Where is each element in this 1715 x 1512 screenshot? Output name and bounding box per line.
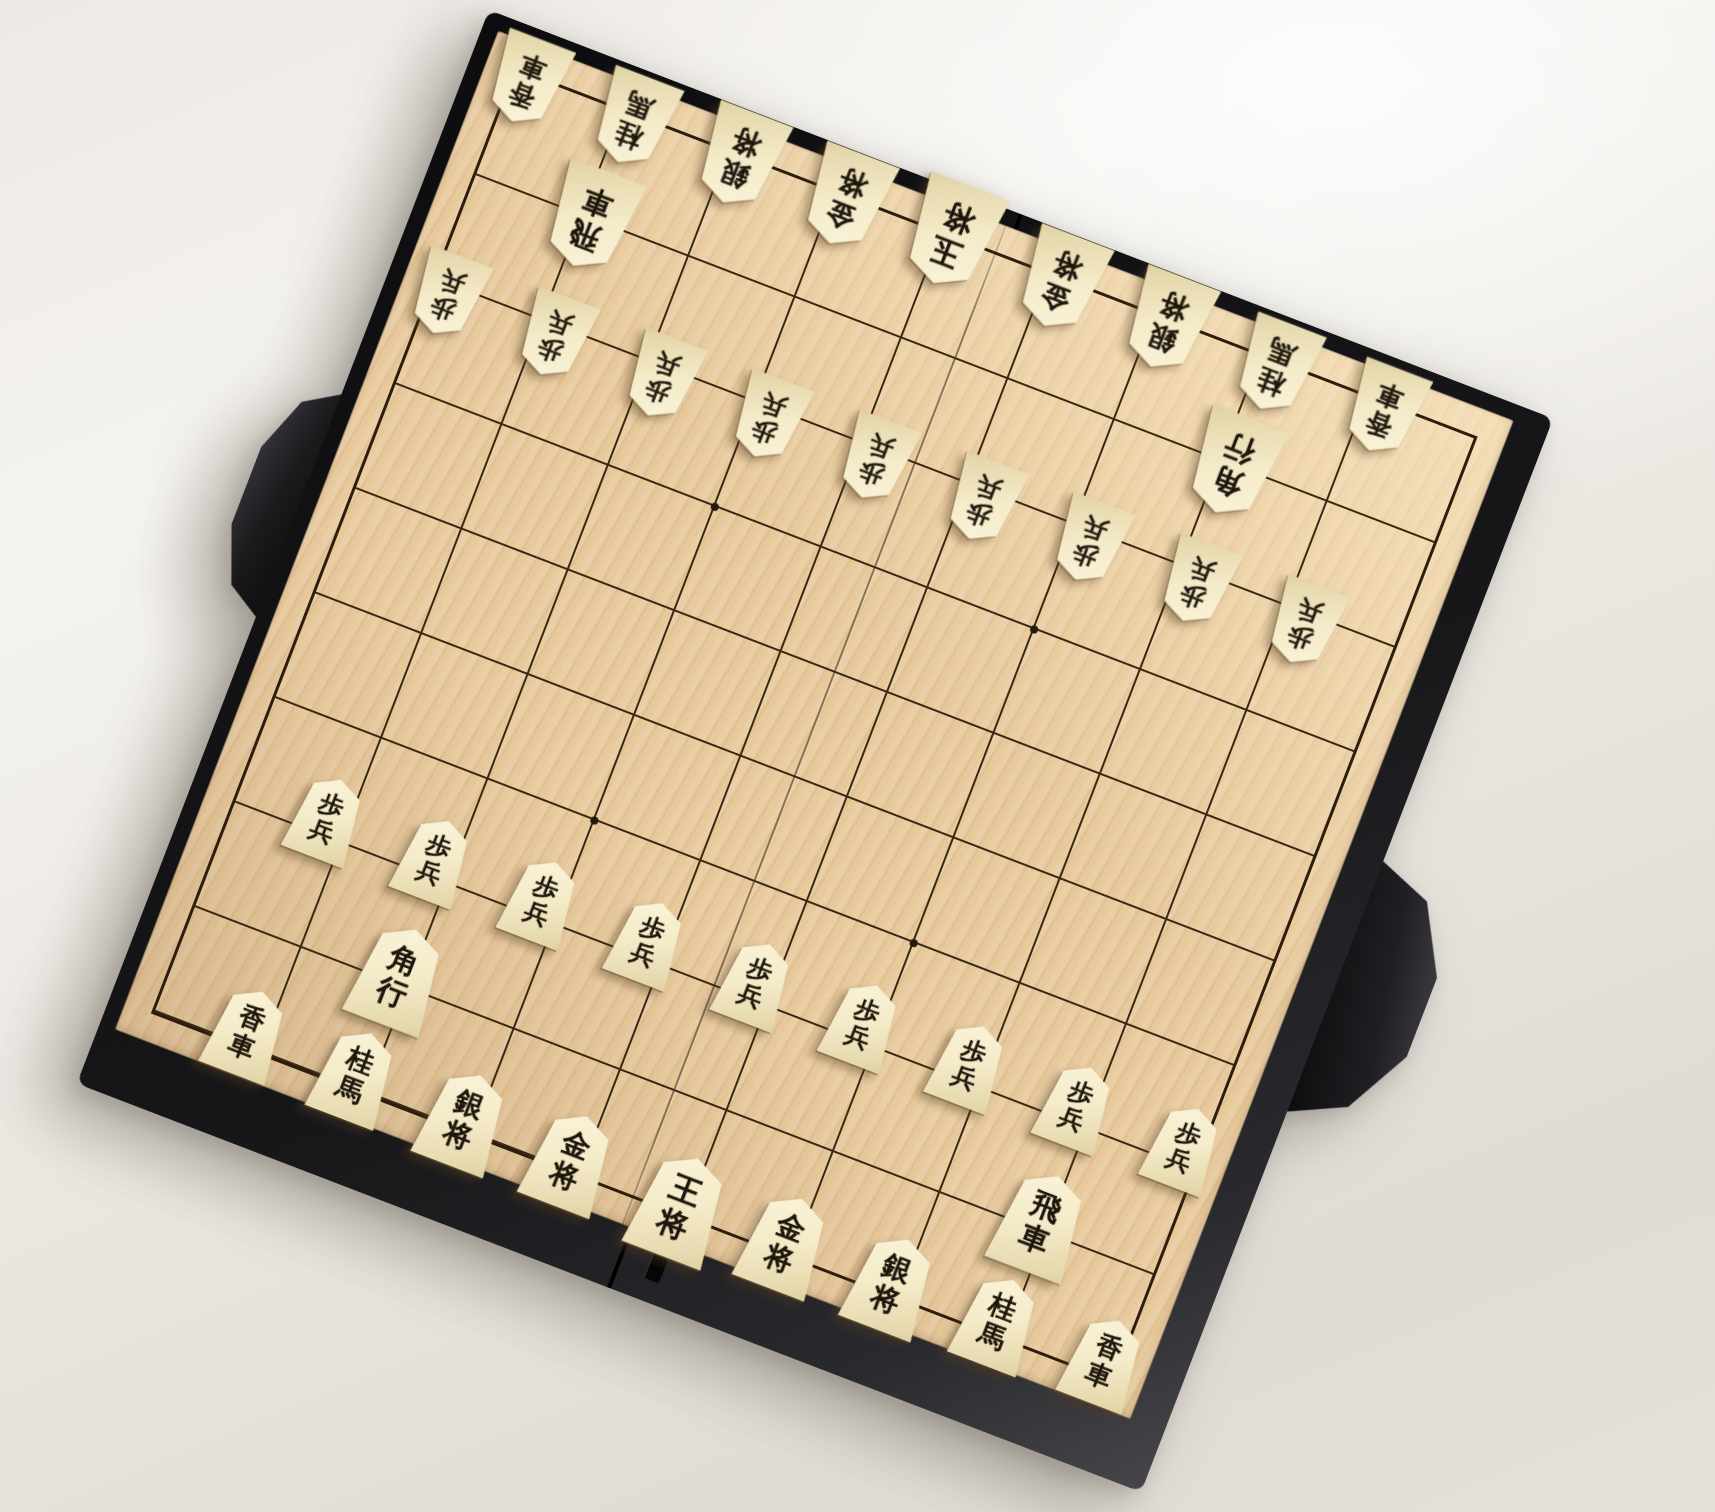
board-surface: 香車桂馬銀将金将玉将金将銀将桂馬香車飛車角行歩兵歩兵歩兵歩兵歩兵歩兵歩兵歩兵歩兵… [115, 31, 1514, 1420]
piece-pawn-gote[interactable]: 歩兵 [1179, 638, 1304, 769]
piece-pawn-sente[interactable]: 歩兵 [589, 894, 714, 1025]
piece-pawn-gote[interactable]: 歩兵 [858, 515, 983, 646]
piece-knight-sente[interactable]: 桂馬 [937, 1269, 1062, 1400]
piece-tile: 歩兵 [1134, 1096, 1233, 1199]
piece-pawn-sente[interactable]: 歩兵 [803, 976, 928, 1107]
piece-pawn-sente[interactable]: 歩兵 [482, 853, 607, 984]
piece-gold-sente[interactable]: 金将 [508, 1105, 633, 1236]
piece-tile: 香車 [475, 26, 580, 136]
piece-pawn-gote[interactable]: 歩兵 [430, 350, 555, 481]
piece-tile: 歩兵 [384, 808, 483, 911]
piece-pawn-sente[interactable]: 歩兵 [268, 771, 393, 902]
piece-tile: 香車 [195, 977, 300, 1087]
shogi-board: 香車桂馬銀将金将玉将金将銀将桂馬香車飛車角行歩兵歩兵歩兵歩兵歩兵歩兵歩兵歩兵歩兵… [77, 10, 1553, 1492]
piece-bishop-sente[interactable]: 角行 [335, 917, 460, 1048]
pieces-layer: 香車桂馬銀将金将玉将金将銀将桂馬香車飛車角行歩兵歩兵歩兵歩兵歩兵歩兵歩兵歩兵歩兵… [151, 67, 1478, 1383]
piece-knight-sente[interactable]: 桂馬 [294, 1022, 419, 1153]
piece-tile: 歩兵 [599, 890, 698, 993]
piece-pawn-sente[interactable]: 歩兵 [910, 1018, 1035, 1149]
piece-lance-sente[interactable]: 香車 [187, 981, 312, 1112]
piece-tile: 歩兵 [706, 931, 805, 1034]
piece-tile: 銀将 [406, 1060, 521, 1180]
piece-tile: 歩兵 [399, 243, 498, 346]
piece-gold-sente[interactable]: 金将 [723, 1187, 848, 1318]
piece-pawn-sente[interactable]: 歩兵 [696, 935, 821, 1066]
piece-tile: 歩兵 [1027, 1055, 1126, 1158]
piece-tile: 香車 [1051, 1306, 1156, 1416]
piece-tile: 歩兵 [813, 973, 912, 1076]
piece-tile: 歩兵 [920, 1014, 1019, 1117]
piece-pawn-gote[interactable]: 歩兵 [1072, 597, 1197, 728]
piece-lance-gote[interactable]: 香車 [1367, 469, 1492, 600]
piece-lance-sente[interactable]: 香車 [1044, 1310, 1169, 1441]
piece-silver-sente[interactable]: 銀将 [830, 1228, 955, 1359]
piece-pawn-sente[interactable]: 歩兵 [375, 812, 500, 943]
piece-tile: 王将 [617, 1142, 742, 1273]
photo-background: 香車桂馬銀将金将玉将金将銀将桂馬香車飛車角行歩兵歩兵歩兵歩兵歩兵歩兵歩兵歩兵歩兵… [0, 0, 1715, 1512]
piece-tile: 金将 [727, 1183, 842, 1303]
piece-pawn-gote[interactable]: 歩兵 [751, 474, 876, 605]
piece-tile: 金将 [513, 1101, 628, 1221]
piece-tile: 銀将 [834, 1224, 949, 1344]
piece-king_sente-sente[interactable]: 王将 [615, 1146, 740, 1277]
piece-pawn-sente[interactable]: 歩兵 [1124, 1100, 1249, 1231]
piece-pawn-gote[interactable]: 歩兵 [965, 556, 1090, 687]
piece-pawn-gote[interactable]: 歩兵 [537, 391, 662, 522]
board-frame: 香車桂馬銀将金将玉将金将銀将桂馬香車飛車角行歩兵歩兵歩兵歩兵歩兵歩兵歩兵歩兵歩兵… [77, 10, 1553, 1492]
piece-tile: 歩兵 [491, 849, 590, 952]
piece-rook-sente[interactable]: 飛車 [977, 1164, 1102, 1295]
piece-pawn-gote[interactable]: 歩兵 [1286, 679, 1411, 810]
piece-tile: 歩兵 [277, 767, 376, 870]
piece-pawn-gote[interactable]: 歩兵 [644, 432, 769, 563]
piece-pawn-sente[interactable]: 歩兵 [1017, 1059, 1142, 1190]
piece-silver-sente[interactable]: 銀将 [401, 1064, 526, 1195]
